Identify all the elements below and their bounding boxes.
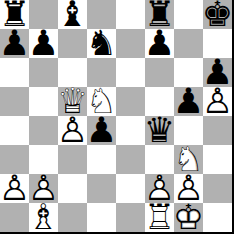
white-pawn-piece: ♟♙ bbox=[58, 116, 87, 145]
white-rook-piece: ♜♖ bbox=[145, 203, 174, 232]
black-pawn-piece: ♟ bbox=[0, 29, 29, 58]
square-c3[interactable] bbox=[58, 145, 87, 174]
square-a5[interactable] bbox=[0, 87, 29, 116]
square-d1[interactable] bbox=[87, 203, 116, 232]
square-g7[interactable] bbox=[174, 29, 203, 58]
square-c4[interactable]: ♟♙ bbox=[58, 116, 87, 145]
chess-board: ♜♝♜♚♟♟♞♟♟♛♕♞♘♟♟♙♟♙♟♛♞♘♟♙♟♙♟♙♟♙♝♗♜♖♚♔ bbox=[0, 0, 234, 234]
white-king-piece: ♚♔ bbox=[174, 203, 203, 232]
white-bishop-piece: ♝♗ bbox=[29, 203, 58, 232]
square-b4[interactable] bbox=[29, 116, 58, 145]
square-f4[interactable]: ♛ bbox=[145, 116, 174, 145]
square-f6[interactable] bbox=[145, 58, 174, 87]
square-c8[interactable]: ♝ bbox=[58, 0, 87, 29]
square-d7[interactable]: ♞ bbox=[87, 29, 116, 58]
square-b1[interactable]: ♝♗ bbox=[29, 203, 58, 232]
black-pawn-piece: ♟ bbox=[174, 87, 203, 116]
square-e1[interactable] bbox=[116, 203, 145, 232]
black-pawn-piece: ♟ bbox=[145, 29, 174, 58]
square-e2[interactable] bbox=[116, 174, 145, 203]
square-h3[interactable] bbox=[203, 145, 232, 174]
square-b7[interactable]: ♟ bbox=[29, 29, 58, 58]
square-d2[interactable] bbox=[87, 174, 116, 203]
square-d3[interactable] bbox=[87, 145, 116, 174]
square-e6[interactable] bbox=[116, 58, 145, 87]
square-e4[interactable] bbox=[116, 116, 145, 145]
square-g8[interactable] bbox=[174, 0, 203, 29]
square-a1[interactable] bbox=[0, 203, 29, 232]
square-e8[interactable] bbox=[116, 0, 145, 29]
square-c7[interactable] bbox=[58, 29, 87, 58]
black-knight-piece: ♞ bbox=[87, 29, 116, 58]
square-h8[interactable]: ♚ bbox=[203, 0, 232, 29]
square-c2[interactable] bbox=[58, 174, 87, 203]
square-e3[interactable] bbox=[116, 145, 145, 174]
black-bishop-piece: ♝ bbox=[58, 0, 87, 29]
white-pawn-piece: ♟♙ bbox=[0, 174, 29, 203]
square-d4[interactable]: ♟ bbox=[87, 116, 116, 145]
black-queen-piece: ♛ bbox=[145, 116, 174, 145]
square-g5[interactable]: ♟ bbox=[174, 87, 203, 116]
square-a7[interactable]: ♟ bbox=[0, 29, 29, 58]
square-h5[interactable]: ♟♙ bbox=[203, 87, 232, 116]
square-e7[interactable] bbox=[116, 29, 145, 58]
square-h4[interactable] bbox=[203, 116, 232, 145]
square-h1[interactable] bbox=[203, 203, 232, 232]
square-g1[interactable]: ♚♔ bbox=[174, 203, 203, 232]
square-b5[interactable] bbox=[29, 87, 58, 116]
black-pawn-piece: ♟ bbox=[29, 29, 58, 58]
square-f7[interactable]: ♟ bbox=[145, 29, 174, 58]
square-a6[interactable] bbox=[0, 58, 29, 87]
square-f1[interactable]: ♜♖ bbox=[145, 203, 174, 232]
square-a4[interactable] bbox=[0, 116, 29, 145]
square-e5[interactable] bbox=[116, 87, 145, 116]
square-b6[interactable] bbox=[29, 58, 58, 87]
square-c1[interactable] bbox=[58, 203, 87, 232]
black-pawn-piece: ♟ bbox=[87, 116, 116, 145]
black-king-piece: ♚ bbox=[203, 0, 232, 29]
white-pawn-piece: ♟♙ bbox=[203, 87, 232, 116]
square-a2[interactable]: ♟♙ bbox=[0, 174, 29, 203]
square-h2[interactable] bbox=[203, 174, 232, 203]
